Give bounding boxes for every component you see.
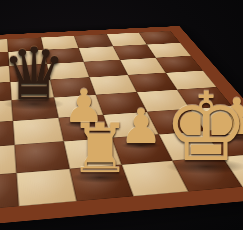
white-king-g1[interactable]: ♚ bbox=[154, 80, 243, 175]
square-d2[interactable] bbox=[15, 141, 70, 173]
chess-photo: ♛♟♟♟♚♜ 8/8/8/8/3q4/4P3/5P1P/4R1K1 w - - … bbox=[0, 0, 243, 230]
white-rook-e1[interactable]: ♜ bbox=[63, 115, 138, 183]
